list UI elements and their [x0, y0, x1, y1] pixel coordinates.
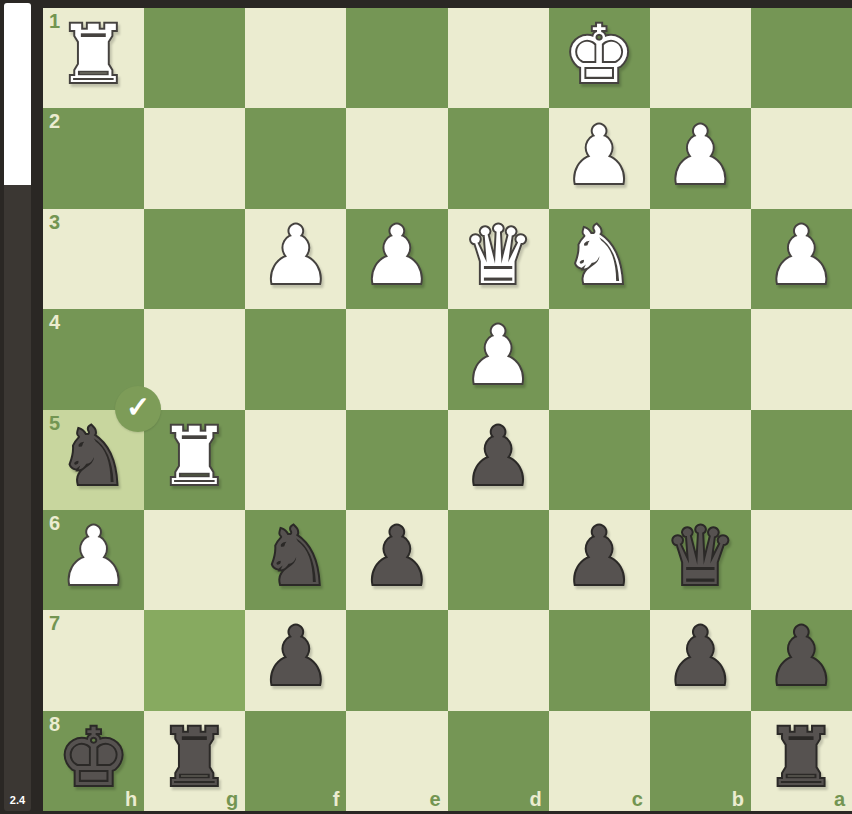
- white-rook[interactable]: ♜: [58, 15, 130, 95]
- white-pawn[interactable]: ♟: [766, 216, 838, 296]
- rank-label-4: 4: [49, 311, 60, 334]
- evaluation-bar: 2.4: [4, 3, 31, 811]
- square-c1[interactable]: ♚: [549, 8, 650, 108]
- file-label-e: e: [429, 788, 440, 811]
- square-e3[interactable]: ♟: [346, 209, 447, 309]
- square-h8[interactable]: 8h♚: [43, 711, 144, 811]
- black-knight[interactable]: ♞: [58, 417, 130, 497]
- square-f5[interactable]: [245, 410, 346, 510]
- square-c3[interactable]: ♞: [549, 209, 650, 309]
- square-d3[interactable]: ♛: [448, 209, 549, 309]
- square-g2[interactable]: [144, 108, 245, 208]
- white-pawn[interactable]: ♟: [58, 517, 130, 597]
- evaluation-bar-white-section: [4, 3, 31, 185]
- square-a2[interactable]: [751, 108, 852, 208]
- white-pawn[interactable]: ♟: [361, 216, 433, 296]
- square-b4[interactable]: [650, 309, 751, 409]
- square-c5[interactable]: [549, 410, 650, 510]
- square-b1[interactable]: [650, 8, 751, 108]
- square-e6[interactable]: ♟: [346, 510, 447, 610]
- square-h2[interactable]: 2: [43, 108, 144, 208]
- black-pawn[interactable]: ♟: [260, 617, 332, 697]
- square-c8[interactable]: c: [549, 711, 650, 811]
- square-d8[interactable]: d: [448, 711, 549, 811]
- black-knight[interactable]: ♞: [260, 517, 332, 597]
- white-queen[interactable]: ♛: [462, 216, 534, 296]
- square-d5[interactable]: ♟: [448, 410, 549, 510]
- square-a6[interactable]: [751, 510, 852, 610]
- white-pawn[interactable]: ♟: [563, 116, 635, 196]
- white-rook[interactable]: ♜: [159, 417, 231, 497]
- square-e5[interactable]: [346, 410, 447, 510]
- square-b5[interactable]: [650, 410, 751, 510]
- file-label-b: b: [732, 788, 744, 811]
- white-king[interactable]: ♚: [563, 15, 635, 95]
- square-h6[interactable]: 6♟: [43, 510, 144, 610]
- evaluation-score: 2.4: [4, 794, 31, 806]
- square-h1[interactable]: 1♜: [43, 8, 144, 108]
- square-a7[interactable]: ♟: [751, 610, 852, 710]
- black-pawn[interactable]: ♟: [361, 517, 433, 597]
- square-b7[interactable]: ♟: [650, 610, 751, 710]
- black-king[interactable]: ♚: [58, 718, 130, 798]
- square-d6[interactable]: [448, 510, 549, 610]
- white-pawn[interactable]: ♟: [462, 316, 534, 396]
- square-h5[interactable]: 5♞✓: [43, 410, 144, 510]
- square-g3[interactable]: [144, 209, 245, 309]
- square-a3[interactable]: ♟: [751, 209, 852, 309]
- chess-app-window: 2.4 1♜♚2♟♟3♟♟♛♞♟4♟5♞✓♜♟6♟♞♟♟♛7♟♟♟8h♚g♜fe…: [0, 0, 852, 814]
- rank-label-7: 7: [49, 612, 60, 635]
- square-f3[interactable]: ♟: [245, 209, 346, 309]
- square-e7[interactable]: [346, 610, 447, 710]
- black-pawn[interactable]: ♟: [664, 617, 736, 697]
- square-c7[interactable]: [549, 610, 650, 710]
- square-f4[interactable]: [245, 309, 346, 409]
- square-a5[interactable]: [751, 410, 852, 510]
- square-a8[interactable]: a♜: [751, 711, 852, 811]
- file-label-f: f: [333, 788, 340, 811]
- square-a1[interactable]: [751, 8, 852, 108]
- black-rook[interactable]: ♜: [766, 718, 838, 798]
- square-g5[interactable]: ♜: [144, 410, 245, 510]
- square-e8[interactable]: e: [346, 711, 447, 811]
- white-pawn[interactable]: ♟: [664, 116, 736, 196]
- square-f8[interactable]: f: [245, 711, 346, 811]
- square-d1[interactable]: [448, 8, 549, 108]
- square-f2[interactable]: [245, 108, 346, 208]
- square-e1[interactable]: [346, 8, 447, 108]
- square-b8[interactable]: b: [650, 711, 751, 811]
- black-queen[interactable]: ♛: [664, 517, 736, 597]
- black-pawn[interactable]: ♟: [462, 417, 534, 497]
- square-c4[interactable]: [549, 309, 650, 409]
- square-b2[interactable]: ♟: [650, 108, 751, 208]
- square-f1[interactable]: [245, 8, 346, 108]
- square-h3[interactable]: 3: [43, 209, 144, 309]
- checkmark-icon: ✓: [126, 393, 150, 422]
- square-g1[interactable]: [144, 8, 245, 108]
- black-rook[interactable]: ♜: [159, 718, 231, 798]
- square-f7[interactable]: ♟: [245, 610, 346, 710]
- white-pawn[interactable]: ♟: [260, 216, 332, 296]
- black-pawn[interactable]: ♟: [766, 617, 838, 697]
- black-pawn[interactable]: ♟: [563, 517, 635, 597]
- square-g8[interactable]: g♜: [144, 711, 245, 811]
- square-a4[interactable]: [751, 309, 852, 409]
- square-f6[interactable]: ♞: [245, 510, 346, 610]
- square-b6[interactable]: ♛: [650, 510, 751, 610]
- white-knight[interactable]: ♞: [563, 216, 635, 296]
- checkmark-badge: ✓: [115, 386, 161, 432]
- square-b3[interactable]: [650, 209, 751, 309]
- square-g6[interactable]: [144, 510, 245, 610]
- square-g4[interactable]: [144, 309, 245, 409]
- square-d4[interactable]: ♟: [448, 309, 549, 409]
- file-label-c: c: [632, 788, 643, 811]
- square-d7[interactable]: [448, 610, 549, 710]
- square-e2[interactable]: [346, 108, 447, 208]
- square-d2[interactable]: [448, 108, 549, 208]
- rank-label-3: 3: [49, 211, 60, 234]
- file-label-d: d: [529, 788, 541, 811]
- square-c6[interactable]: ♟: [549, 510, 650, 610]
- chess-board: 1♜♚2♟♟3♟♟♛♞♟4♟5♞✓♜♟6♟♞♟♟♛7♟♟♟8h♚g♜fedcba…: [43, 8, 852, 811]
- square-c2[interactable]: ♟: [549, 108, 650, 208]
- square-e4[interactable]: [346, 309, 447, 409]
- square-g7[interactable]: [144, 610, 245, 710]
- rank-label-2: 2: [49, 110, 60, 133]
- square-h7[interactable]: 7: [43, 610, 144, 710]
